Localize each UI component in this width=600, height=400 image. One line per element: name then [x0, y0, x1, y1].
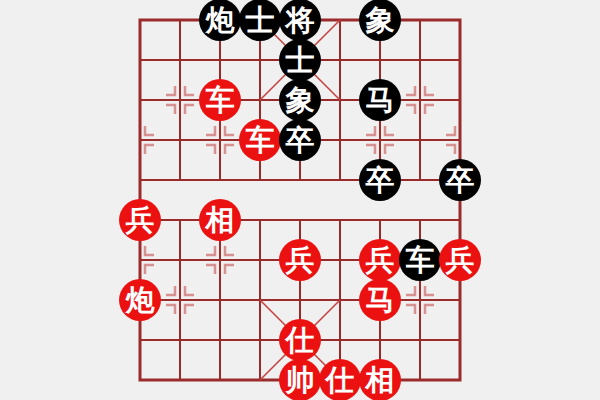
pieces-layer: 炮士将象士车象马车卒卒卒兵相兵兵车兵炮马仕帅仕相	[120, 0, 480, 400]
red-advisor[interactable]: 仕	[279, 319, 321, 361]
black-soldier[interactable]: 卒	[359, 159, 401, 201]
black-advisor[interactable]: 士	[239, 0, 281, 41]
black-advisor[interactable]: 士	[279, 39, 321, 81]
red-elephant[interactable]: 相	[199, 199, 241, 241]
red-horse[interactable]: 马	[359, 279, 401, 321]
red-general[interactable]: 帅	[279, 359, 321, 400]
black-cannon[interactable]: 炮	[199, 0, 241, 41]
red-chariot[interactable]: 车	[239, 119, 281, 161]
black-soldier[interactable]: 卒	[439, 159, 481, 201]
red-cannon[interactable]: 炮	[119, 279, 161, 321]
red-soldier[interactable]: 兵	[359, 239, 401, 281]
red-soldier[interactable]: 兵	[119, 199, 161, 241]
black-elephant[interactable]: 象	[279, 79, 321, 121]
black-horse[interactable]: 马	[359, 79, 401, 121]
red-chariot[interactable]: 车	[199, 79, 241, 121]
red-soldier[interactable]: 兵	[439, 239, 481, 281]
xiangqi-board-screen: 炮士将象士车象马车卒卒卒兵相兵兵车兵炮马仕帅仕相	[0, 0, 600, 400]
black-chariot[interactable]: 车	[399, 239, 441, 281]
black-general[interactable]: 将	[279, 0, 321, 41]
black-soldier[interactable]: 卒	[279, 119, 321, 161]
red-advisor[interactable]: 仕	[319, 359, 361, 400]
red-elephant[interactable]: 相	[359, 359, 401, 400]
red-soldier[interactable]: 兵	[279, 239, 321, 281]
black-elephant[interactable]: 象	[359, 0, 401, 41]
